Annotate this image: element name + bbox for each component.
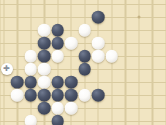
black-stone	[51, 115, 64, 125]
pan-cursor-badge: ✚	[1, 63, 13, 75]
white-stone	[51, 102, 64, 115]
black-stone	[51, 89, 64, 102]
black-stone	[38, 37, 51, 50]
black-stone	[11, 76, 24, 89]
white-stone	[78, 24, 91, 37]
black-stone	[38, 89, 51, 102]
black-stone	[51, 24, 64, 37]
white-stone	[65, 37, 78, 50]
white-stone	[38, 63, 51, 76]
black-stone	[92, 89, 105, 102]
star-point	[137, 15, 140, 18]
white-stone	[38, 24, 51, 37]
white-stone	[105, 50, 118, 63]
black-stone	[51, 37, 64, 50]
white-stone	[24, 50, 37, 63]
white-stone	[92, 37, 105, 50]
black-stone	[24, 76, 37, 89]
white-stone	[24, 115, 37, 125]
black-stone	[92, 11, 105, 24]
black-stone	[65, 89, 78, 102]
black-stone	[24, 89, 37, 102]
white-stone	[65, 102, 78, 115]
white-stone	[92, 50, 105, 63]
move-arrows-icon: ✚	[3, 65, 10, 73]
gomoku-board[interactable]: ✚	[0, 0, 166, 125]
black-stone	[78, 50, 91, 63]
white-stone	[38, 76, 51, 89]
black-stone	[38, 102, 51, 115]
white-stone	[24, 63, 37, 76]
black-stone	[65, 76, 78, 89]
black-stone	[38, 50, 51, 63]
white-stone	[11, 89, 24, 102]
white-stone	[51, 50, 64, 63]
black-stone	[51, 76, 64, 89]
white-stone	[78, 89, 91, 102]
black-stone	[78, 63, 91, 76]
